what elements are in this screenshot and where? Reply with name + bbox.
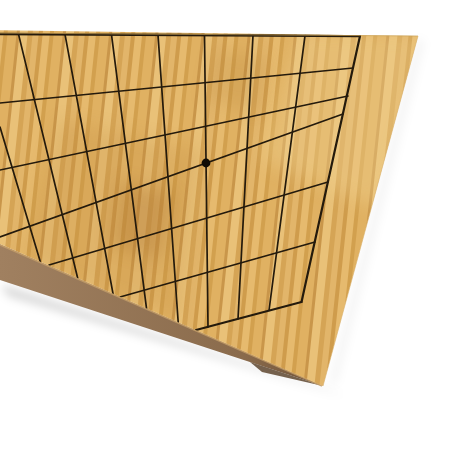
star-point-hoshi <box>202 159 211 168</box>
go-board-photo <box>0 0 452 452</box>
board-scene <box>0 0 452 452</box>
